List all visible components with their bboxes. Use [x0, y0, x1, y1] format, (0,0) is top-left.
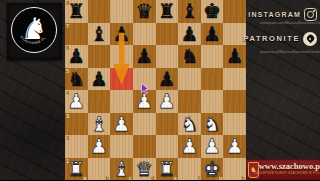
- file-label-d: d: [151, 175, 155, 180]
- piece-wn-g3[interactable]: ♞: [201, 113, 224, 136]
- file-label-h: h: [241, 175, 245, 180]
- rank-label-7: 7: [66, 23, 69, 29]
- square-g5[interactable]: [201, 68, 224, 91]
- video-thumbnail: ♞ SZACHOWO.PL 8♜♛♜♝♚7♝♟♟♟6♟♟♞♟5♞♟♟4♟♟♟3♝…: [0, 0, 320, 180]
- square-c7[interactable]: ♟: [110, 23, 133, 46]
- piece-wp-e4[interactable]: ♟: [156, 90, 179, 113]
- square-b1[interactable]: b: [88, 158, 111, 181]
- piece-bq-d8[interactable]: ♛: [133, 0, 156, 23]
- logo-arc-text: SZACHOWO.PL: [12, 8, 55, 51]
- file-label-f: f: [198, 175, 200, 180]
- mouse-cursor: [141, 83, 150, 95]
- square-f7[interactable]: ♟: [178, 23, 201, 46]
- file-label-e: e: [174, 175, 177, 180]
- file-label-b: b: [106, 175, 110, 180]
- square-a5[interactable]: 5♞: [65, 68, 88, 91]
- square-d1[interactable]: d♛: [133, 158, 156, 181]
- square-b2[interactable]: ♟: [88, 135, 111, 158]
- svg-text:SZACHOWO.PL: SZACHOWO.PL: [19, 35, 46, 45]
- rank-label-2: 2: [66, 135, 69, 141]
- square-g1[interactable]: g♚: [201, 158, 224, 181]
- piece-bk-g8[interactable]: ♚: [201, 0, 224, 23]
- square-f5[interactable]: [178, 68, 201, 91]
- square-a2[interactable]: 2: [65, 135, 88, 158]
- piece-bp-c7[interactable]: ♟: [110, 23, 133, 46]
- website-url[interactable]: www.szachowo.pl: [259, 162, 320, 171]
- square-c3[interactable]: ♟: [110, 113, 133, 136]
- square-b6[interactable]: [88, 45, 111, 68]
- square-h5[interactable]: [223, 68, 246, 91]
- square-b4[interactable]: [88, 90, 111, 113]
- square-g7[interactable]: ♟: [201, 23, 224, 46]
- square-e5[interactable]: ♟: [156, 68, 179, 91]
- square-a7[interactable]: 7: [65, 23, 88, 46]
- square-f6[interactable]: ♞: [178, 45, 201, 68]
- piece-bp-b5[interactable]: ♟: [88, 68, 111, 91]
- square-c8[interactable]: [110, 0, 133, 23]
- patronite-row[interactable]: PATRONITE: [248, 30, 317, 47]
- instagram-url[interactable]: instagram.com/MariuszSzachowoDominuj: [260, 21, 306, 25]
- piece-wp-c3[interactable]: ♟: [110, 113, 133, 136]
- piece-wp-f2[interactable]: ♟: [178, 135, 201, 158]
- square-a4[interactable]: 4♟: [65, 90, 88, 113]
- piece-bb-b7[interactable]: ♝: [88, 23, 111, 46]
- square-f4[interactable]: [178, 90, 201, 113]
- square-e6[interactable]: [156, 45, 179, 68]
- square-d2[interactable]: [133, 135, 156, 158]
- piece-bp-e5[interactable]: ♟: [156, 68, 179, 91]
- square-e8[interactable]: ♜: [156, 0, 179, 23]
- square-h8[interactable]: [223, 0, 246, 23]
- square-b8[interactable]: [88, 0, 111, 23]
- square-h1[interactable]: h: [223, 158, 246, 181]
- board-grid: 8♜♛♜♝♚7♝♟♟♟6♟♟♞♟5♞♟♟4♟♟♟3♝♟♞♞2♟♟♟♟1a♜bc♝…: [65, 0, 246, 180]
- piece-bp-g7[interactable]: ♟: [201, 23, 224, 46]
- square-h3[interactable]: [223, 113, 246, 136]
- square-h2[interactable]: ♟: [223, 135, 246, 158]
- piece-bp-f7[interactable]: ♟: [178, 23, 201, 46]
- file-label-a: a: [83, 175, 86, 180]
- square-d6[interactable]: ♟: [133, 45, 156, 68]
- piece-wb-b3[interactable]: ♝: [88, 113, 111, 136]
- patronite-url[interactable]: patronite.pl/MariuszSzachowoDominuj: [260, 50, 306, 54]
- square-e1[interactable]: e♜: [156, 158, 179, 181]
- square-h4[interactable]: [223, 90, 246, 113]
- square-a1[interactable]: 1a♜: [65, 158, 88, 181]
- square-g6[interactable]: [201, 45, 224, 68]
- square-e2[interactable]: [156, 135, 179, 158]
- banner-crest-icon: ♞: [248, 162, 259, 178]
- square-c1[interactable]: c♝: [110, 158, 133, 181]
- sidebar: INSTAGRAM instagram.com/MariuszSzachowoD…: [246, 0, 320, 180]
- square-c6[interactable]: [110, 45, 133, 68]
- square-d7[interactable]: [133, 23, 156, 46]
- piece-wp-g2[interactable]: ♟: [201, 135, 224, 158]
- square-c4[interactable]: [110, 90, 133, 113]
- piece-br-e8[interactable]: ♜: [156, 0, 179, 23]
- square-g8[interactable]: ♚: [201, 0, 224, 23]
- instagram-row[interactable]: INSTAGRAM: [248, 7, 317, 22]
- rank-label-5: 5: [66, 68, 69, 74]
- square-a8[interactable]: 8♜: [65, 0, 88, 23]
- instagram-icon: [304, 8, 317, 21]
- square-a6[interactable]: 6♟: [65, 45, 88, 68]
- piece-wp-b2[interactable]: ♟: [88, 135, 111, 158]
- square-e7[interactable]: [156, 23, 179, 46]
- banner-subtitle: NAJLEPSZE KURSY SZACHOWE W POLSCE: [254, 171, 320, 174]
- file-label-g: g: [219, 175, 223, 180]
- rank-label-6: 6: [66, 45, 69, 51]
- channel-logo-tile: ♞ SZACHOWO.PL: [7, 3, 62, 60]
- square-a3[interactable]: 3: [65, 113, 88, 136]
- patronite-drop-icon: [303, 32, 317, 46]
- square-d3[interactable]: [133, 113, 156, 136]
- rank-label-1: 1: [66, 158, 69, 164]
- square-f3[interactable]: ♞: [178, 113, 201, 136]
- channel-logo: ♞ SZACHOWO.PL: [11, 7, 57, 53]
- piece-wn-f3[interactable]: ♞: [178, 113, 201, 136]
- piece-wp-h2[interactable]: ♟: [223, 135, 246, 158]
- square-g3[interactable]: ♞: [201, 113, 224, 136]
- piece-bn-f6[interactable]: ♞: [178, 45, 201, 68]
- file-label-c: c: [129, 175, 132, 180]
- square-g2[interactable]: ♟: [201, 135, 224, 158]
- square-f8[interactable]: ♝: [178, 0, 201, 23]
- square-f1[interactable]: f: [178, 158, 201, 181]
- square-f2[interactable]: ♟: [178, 135, 201, 158]
- square-c5[interactable]: [110, 68, 133, 91]
- square-b3[interactable]: ♝: [88, 113, 111, 136]
- square-g4[interactable]: [201, 90, 224, 113]
- square-e3[interactable]: [156, 113, 179, 136]
- square-b5[interactable]: ♟: [88, 68, 111, 91]
- rank-label-3: 3: [66, 113, 69, 119]
- square-b7[interactable]: ♝: [88, 23, 111, 46]
- website-banner[interactable]: ♞ www.szachowo.pl NAJLEPSZE KURSY SZACHO…: [246, 159, 320, 180]
- piece-bp-d6[interactable]: ♟: [133, 45, 156, 68]
- piece-bp-h6[interactable]: ♟: [223, 45, 246, 68]
- rank-label-4: 4: [66, 90, 69, 96]
- square-h6[interactable]: ♟: [223, 45, 246, 68]
- piece-bb-f8[interactable]: ♝: [178, 0, 201, 23]
- square-d8[interactable]: ♛: [133, 0, 156, 23]
- patronite-label: PATRONITE: [243, 34, 300, 43]
- square-c2[interactable]: [110, 135, 133, 158]
- instagram-label: INSTAGRAM: [248, 11, 301, 18]
- square-e4[interactable]: ♟: [156, 90, 179, 113]
- chess-board: 8♜♛♜♝♚7♝♟♟♟6♟♟♞♟5♞♟♟4♟♟♟3♝♟♞♞2♟♟♟♟1a♜bc♝…: [65, 0, 246, 180]
- rank-label-8: 8: [66, 0, 69, 6]
